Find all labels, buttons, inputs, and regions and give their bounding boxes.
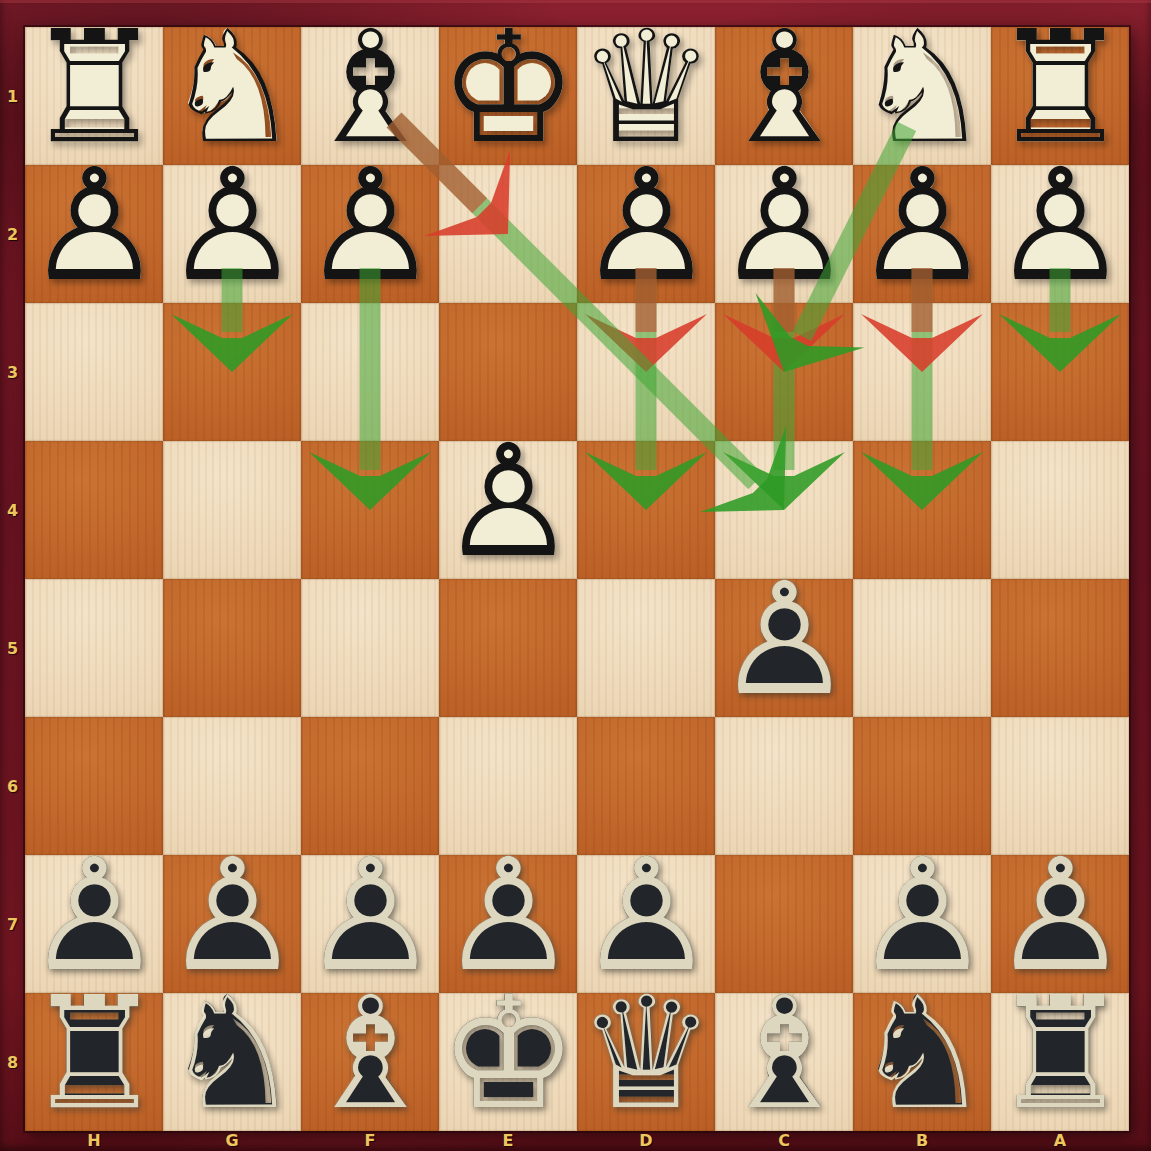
square-e4[interactable]: ♟♙: [439, 441, 577, 579]
pawn-glyph-outline: ♙: [439, 433, 577, 571]
piece-black-rook[interactable]: ♜♖: [25, 993, 163, 1131]
queen-glyph-outline: ♕: [577, 19, 715, 157]
pawn-glyph-fill: ♟: [991, 157, 1129, 295]
king-glyph-outline: ♔: [439, 985, 577, 1123]
pawn-glyph-outline: ♙: [301, 157, 439, 295]
king-glyph-fill: ♚: [439, 985, 577, 1123]
square-b4[interactable]: [853, 441, 991, 579]
square-e6[interactable]: [439, 717, 577, 855]
square-d6[interactable]: [577, 717, 715, 855]
board-area: ♜♖♞♘♝♗♚♔♛♕♝♗♞♘♜♖♟♙♟♙♟♙♟♙♟♙♟♙♟♙♟♙♟♙♟♙♟♙♟♙…: [25, 27, 1129, 1131]
square-f8[interactable]: ♝♗: [301, 993, 439, 1131]
knight-glyph-outline: ♘: [163, 19, 301, 157]
square-h6[interactable]: [25, 717, 163, 855]
square-d8[interactable]: ♛♕: [577, 993, 715, 1131]
pawn-glyph-fill: ♟: [163, 847, 301, 985]
queen-glyph-fill: ♛: [577, 19, 715, 157]
piece-black-pawn[interactable]: ♟♙: [301, 855, 439, 993]
piece-black-knight[interactable]: ♞♘: [853, 993, 991, 1131]
square-f6[interactable]: [301, 717, 439, 855]
pawn-glyph-fill: ♟: [853, 847, 991, 985]
square-e3[interactable]: [439, 303, 577, 441]
square-d3[interactable]: [577, 303, 715, 441]
knight-glyph-outline: ♘: [163, 985, 301, 1123]
bishop-glyph-fill: ♝: [715, 19, 853, 157]
bishop-glyph-outline: ♗: [715, 19, 853, 157]
pawn-glyph-fill: ♟: [439, 433, 577, 571]
square-e1[interactable]: ♚♔: [439, 27, 577, 165]
piece-black-rook[interactable]: ♜♖: [991, 993, 1129, 1131]
rook-glyph-fill: ♜: [991, 19, 1129, 157]
pawn-glyph-fill: ♟: [715, 157, 853, 295]
pawn-glyph-fill: ♟: [577, 157, 715, 295]
square-h2[interactable]: ♟♙: [25, 165, 163, 303]
pawn-glyph-outline: ♙: [991, 157, 1129, 295]
rank-label-1: 1: [0, 27, 25, 165]
bishop-glyph-outline: ♗: [301, 19, 439, 157]
rank-label-4: 4: [0, 441, 25, 579]
square-h4[interactable]: [25, 441, 163, 579]
piece-white-knight[interactable]: ♞♘: [163, 27, 301, 165]
square-g7[interactable]: ♟♙: [163, 855, 301, 993]
square-f7[interactable]: ♟♙: [301, 855, 439, 993]
piece-white-pawn[interactable]: ♟♙: [577, 165, 715, 303]
square-b1[interactable]: ♞♘: [853, 27, 991, 165]
square-b6[interactable]: [853, 717, 991, 855]
pawn-glyph-outline: ♙: [163, 847, 301, 985]
square-a6[interactable]: [991, 717, 1129, 855]
file-label-d: D: [577, 1130, 715, 1151]
piece-black-pawn[interactable]: ♟♙: [853, 855, 991, 993]
square-h1[interactable]: ♜♖: [25, 27, 163, 165]
piece-white-pawn[interactable]: ♟♙: [25, 165, 163, 303]
bishop-glyph-fill: ♝: [301, 985, 439, 1123]
pawn-glyph-outline: ♙: [715, 571, 853, 709]
piece-black-queen[interactable]: ♛♕: [577, 993, 715, 1131]
pawn-glyph-fill: ♟: [439, 847, 577, 985]
queen-glyph-outline: ♕: [577, 985, 715, 1123]
pawn-glyph-outline: ♙: [439, 847, 577, 985]
square-a5[interactable]: [991, 579, 1129, 717]
piece-white-king[interactable]: ♚♔: [439, 27, 577, 165]
square-c7[interactable]: [715, 855, 853, 993]
file-label-e: E: [439, 1130, 577, 1151]
rank-label-5: 5: [0, 579, 25, 717]
piece-black-knight[interactable]: ♞♘: [163, 993, 301, 1131]
pawn-glyph-outline: ♙: [853, 157, 991, 295]
square-f5[interactable]: [301, 579, 439, 717]
piece-black-pawn[interactable]: ♟♙: [163, 855, 301, 993]
bishop-glyph-fill: ♝: [715, 985, 853, 1123]
pawn-glyph-outline: ♙: [577, 157, 715, 295]
square-b5[interactable]: [853, 579, 991, 717]
piece-black-pawn[interactable]: ♟♙: [991, 855, 1129, 993]
square-b8[interactable]: ♞♘: [853, 993, 991, 1131]
rook-glyph-fill: ♜: [25, 19, 163, 157]
pawn-glyph-fill: ♟: [991, 847, 1129, 985]
square-c1[interactable]: ♝♗: [715, 27, 853, 165]
file-label-c: C: [715, 1130, 853, 1151]
square-e8[interactable]: ♚♔: [439, 993, 577, 1131]
piece-black-bishop[interactable]: ♝♗: [715, 993, 853, 1131]
rook-glyph-outline: ♖: [991, 985, 1129, 1123]
square-a1[interactable]: ♜♖: [991, 27, 1129, 165]
rook-glyph-outline: ♖: [991, 19, 1129, 157]
piece-black-bishop[interactable]: ♝♗: [301, 993, 439, 1131]
chess-diagram: 12345678 ♜♖♞♘♝♗♚♔♛♕♝♗♞♘♜♖♟♙♟♙♟♙♟♙♟♙♟♙♟♙♟…: [0, 0, 1151, 1151]
square-g3[interactable]: [163, 303, 301, 441]
knight-glyph-fill: ♞: [163, 19, 301, 157]
square-c8[interactable]: ♝♗: [715, 993, 853, 1131]
piece-white-rook[interactable]: ♜♖: [991, 27, 1129, 165]
queen-glyph-fill: ♛: [577, 985, 715, 1123]
piece-white-pawn[interactable]: ♟♙: [439, 441, 577, 579]
pawn-glyph-fill: ♟: [301, 157, 439, 295]
pawn-glyph-fill: ♟: [715, 571, 853, 709]
rank-label-2: 2: [0, 165, 25, 303]
square-e5[interactable]: [439, 579, 577, 717]
square-f4[interactable]: [301, 441, 439, 579]
square-b2[interactable]: ♟♙: [853, 165, 991, 303]
piece-black-pawn[interactable]: ♟♙: [25, 855, 163, 993]
square-c2[interactable]: ♟♙: [715, 165, 853, 303]
file-label-h: H: [25, 1130, 163, 1151]
piece-white-queen[interactable]: ♛♕: [577, 27, 715, 165]
square-c5[interactable]: ♟♙: [715, 579, 853, 717]
piece-white-pawn[interactable]: ♟♙: [301, 165, 439, 303]
knight-glyph-fill: ♞: [853, 19, 991, 157]
square-b7[interactable]: ♟♙: [853, 855, 991, 993]
file-label-g: G: [163, 1130, 301, 1151]
piece-white-pawn[interactable]: ♟♙: [163, 165, 301, 303]
square-b3[interactable]: [853, 303, 991, 441]
pawn-glyph-outline: ♙: [163, 157, 301, 295]
file-labels: HGFEDCBA: [25, 1130, 1129, 1151]
square-a4[interactable]: [991, 441, 1129, 579]
rook-glyph-outline: ♖: [25, 19, 163, 157]
pawn-glyph-fill: ♟: [577, 847, 715, 985]
piece-white-pawn[interactable]: ♟♙: [991, 165, 1129, 303]
piece-black-pawn[interactable]: ♟♙: [715, 579, 853, 717]
pawn-glyph-outline: ♙: [853, 847, 991, 985]
square-d5[interactable]: [577, 579, 715, 717]
bishop-glyph-outline: ♗: [301, 985, 439, 1123]
pawn-glyph-outline: ♙: [301, 847, 439, 985]
square-d4[interactable]: [577, 441, 715, 579]
rank-label-8: 8: [0, 993, 25, 1131]
piece-black-king[interactable]: ♚♔: [439, 993, 577, 1131]
rank-label-6: 6: [0, 717, 25, 855]
square-e7[interactable]: ♟♙: [439, 855, 577, 993]
square-h8[interactable]: ♜♖: [25, 993, 163, 1131]
pawn-glyph-fill: ♟: [25, 847, 163, 985]
square-a7[interactable]: ♟♙: [991, 855, 1129, 993]
square-h7[interactable]: ♟♙: [25, 855, 163, 993]
piece-white-pawn[interactable]: ♟♙: [853, 165, 991, 303]
king-glyph-outline: ♔: [439, 19, 577, 157]
rank-label-7: 7: [0, 855, 25, 993]
square-g8[interactable]: ♞♘: [163, 993, 301, 1131]
square-d1[interactable]: ♛♕: [577, 27, 715, 165]
file-label-b: B: [853, 1130, 991, 1151]
square-h5[interactable]: [25, 579, 163, 717]
rank-labels: 12345678: [0, 27, 25, 1131]
rook-glyph-fill: ♜: [991, 985, 1129, 1123]
square-a2[interactable]: ♟♙: [991, 165, 1129, 303]
pawn-glyph-fill: ♟: [853, 157, 991, 295]
knight-glyph-fill: ♞: [163, 985, 301, 1123]
piece-white-bishop[interactable]: ♝♗: [301, 27, 439, 165]
square-g1[interactable]: ♞♘: [163, 27, 301, 165]
knight-glyph-fill: ♞: [853, 985, 991, 1123]
rook-glyph-outline: ♖: [25, 985, 163, 1123]
square-f3[interactable]: [301, 303, 439, 441]
square-a8[interactable]: ♜♖: [991, 993, 1129, 1131]
knight-glyph-outline: ♘: [853, 985, 991, 1123]
piece-black-pawn[interactable]: ♟♙: [577, 855, 715, 993]
pawn-glyph-fill: ♟: [301, 847, 439, 985]
file-label-a: A: [991, 1130, 1129, 1151]
piece-black-pawn[interactable]: ♟♙: [439, 855, 577, 993]
square-g5[interactable]: [163, 579, 301, 717]
pawn-glyph-outline: ♙: [25, 157, 163, 295]
bishop-glyph-fill: ♝: [301, 19, 439, 157]
pawn-glyph-outline: ♙: [991, 847, 1129, 985]
bishop-glyph-outline: ♗: [715, 985, 853, 1123]
square-g2[interactable]: ♟♙: [163, 165, 301, 303]
pawn-glyph-fill: ♟: [163, 157, 301, 295]
square-h3[interactable]: [25, 303, 163, 441]
square-f1[interactable]: ♝♗: [301, 27, 439, 165]
square-c4[interactable]: [715, 441, 853, 579]
square-g6[interactable]: [163, 717, 301, 855]
pawn-glyph-outline: ♙: [715, 157, 853, 295]
square-f2[interactable]: ♟♙: [301, 165, 439, 303]
king-glyph-fill: ♚: [439, 19, 577, 157]
square-a3[interactable]: [991, 303, 1129, 441]
pawn-glyph-fill: ♟: [25, 157, 163, 295]
pawn-glyph-outline: ♙: [577, 847, 715, 985]
file-label-f: F: [301, 1130, 439, 1151]
square-c3[interactable]: [715, 303, 853, 441]
square-d7[interactable]: ♟♙: [577, 855, 715, 993]
knight-glyph-outline: ♘: [853, 19, 991, 157]
square-d2[interactable]: ♟♙: [577, 165, 715, 303]
rank-label-3: 3: [0, 303, 25, 441]
square-c6[interactable]: [715, 717, 853, 855]
rook-glyph-fill: ♜: [25, 985, 163, 1123]
square-e2[interactable]: [439, 165, 577, 303]
piece-white-knight[interactable]: ♞♘: [853, 27, 991, 165]
pawn-glyph-outline: ♙: [25, 847, 163, 985]
square-g4[interactable]: [163, 441, 301, 579]
chess-board: ♜♖♞♘♝♗♚♔♛♕♝♗♞♘♜♖♟♙♟♙♟♙♟♙♟♙♟♙♟♙♟♙♟♙♟♙♟♙♟♙…: [25, 27, 1129, 1131]
piece-white-rook[interactable]: ♜♖: [25, 27, 163, 165]
piece-white-bishop[interactable]: ♝♗: [715, 27, 853, 165]
piece-white-pawn[interactable]: ♟♙: [715, 165, 853, 303]
